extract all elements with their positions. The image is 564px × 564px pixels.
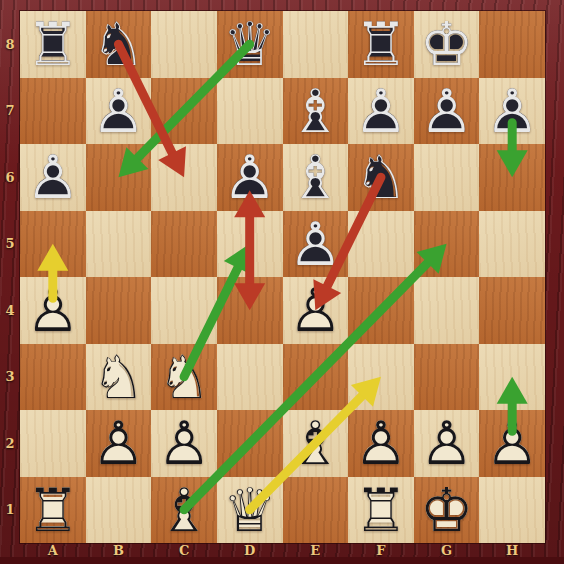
black-pawn-f7[interactable]: ♟♙	[348, 78, 414, 145]
rank-label-3: 3	[0, 344, 20, 411]
black-pawn-e5[interactable]: ♟♙	[283, 211, 349, 278]
white-pawn-c2[interactable]: ♟♙	[151, 410, 217, 477]
file-label-B: B	[86, 543, 152, 558]
white-pawn-b2[interactable]: ♟♙	[86, 410, 152, 477]
knight-outline: ♘	[348, 144, 414, 211]
black-queen-d8[interactable]: ♛♕	[217, 11, 283, 78]
square-c8[interactable]	[151, 11, 217, 78]
square-f4[interactable]	[348, 277, 414, 344]
white-pawn-g2[interactable]: ♟♙	[414, 410, 480, 477]
file-label-E: E	[283, 543, 349, 558]
king-outline: ♔	[414, 11, 480, 78]
white-rook-f1[interactable]: ♜♖	[348, 477, 414, 544]
black-rook-f8[interactable]: ♜♖	[348, 11, 414, 78]
white-knight-c3[interactable]: ♞♘	[151, 344, 217, 411]
file-label-H: H	[479, 543, 545, 558]
black-king-g8[interactable]: ♚♔	[414, 11, 480, 78]
rook-outline: ♖	[348, 11, 414, 78]
queen-outline: ♕	[217, 477, 283, 544]
black-pawn-g7[interactable]: ♟♙	[414, 78, 480, 145]
king-outline: ♔	[414, 477, 480, 544]
file-label-G: G	[414, 543, 480, 558]
knight-outline: ♘	[86, 344, 152, 411]
rank-label-1: 1	[0, 477, 20, 544]
black-pawn-b7[interactable]: ♟♙	[86, 78, 152, 145]
chess-diagram: ♜♖♞♘♛♕♜♖♚♔♟♙♝♗♟♙♟♙♟♙♟♙♟♙♝♗♞♘♟♙♟♙♟♙♞♘♞♘♟♙…	[0, 0, 564, 564]
bishop-outline: ♗	[283, 144, 349, 211]
knight-outline: ♘	[86, 11, 152, 78]
square-d3[interactable]	[217, 344, 283, 411]
black-bishop-e7[interactable]: ♝♗	[283, 78, 349, 145]
rank-label-8: 8	[0, 11, 20, 78]
black-knight-f6[interactable]: ♞♘	[348, 144, 414, 211]
white-pawn-h2[interactable]: ♟♙	[479, 410, 545, 477]
square-d5[interactable]	[217, 211, 283, 278]
knight-outline: ♘	[151, 344, 217, 411]
square-b1[interactable]	[86, 477, 152, 544]
black-pawn-h7[interactable]: ♟♙	[479, 78, 545, 145]
file-label-F: F	[348, 543, 414, 558]
file-label-A: A	[20, 543, 86, 558]
pawn-outline: ♙	[217, 144, 283, 211]
square-c4[interactable]	[151, 277, 217, 344]
chess-board: ♜♖♞♘♛♕♜♖♚♔♟♙♝♗♟♙♟♙♟♙♟♙♟♙♝♗♞♘♟♙♟♙♟♙♞♘♞♘♟♙…	[20, 11, 545, 543]
square-d7[interactable]	[217, 78, 283, 145]
rank-label-2: 2	[0, 410, 20, 477]
white-bishop-c1[interactable]: ♝♗	[151, 477, 217, 544]
white-pawn-e4[interactable]: ♟♙	[283, 277, 349, 344]
square-b5[interactable]	[86, 211, 152, 278]
pawn-outline: ♙	[348, 78, 414, 145]
rook-outline: ♖	[20, 11, 86, 78]
square-f5[interactable]	[348, 211, 414, 278]
black-pawn-d6[interactable]: ♟♙	[217, 144, 283, 211]
square-d4[interactable]	[217, 277, 283, 344]
white-pawn-a4[interactable]: ♟♙	[20, 277, 86, 344]
square-a5[interactable]	[20, 211, 86, 278]
frame-bottom-edge	[0, 557, 564, 564]
white-queen-d1[interactable]: ♛♕	[217, 477, 283, 544]
square-g4[interactable]	[414, 277, 480, 344]
black-bishop-e6[interactable]: ♝♗	[283, 144, 349, 211]
queen-outline: ♕	[217, 11, 283, 78]
pawn-outline: ♙	[348, 410, 414, 477]
square-h5[interactable]	[479, 211, 545, 278]
square-h3[interactable]	[479, 344, 545, 411]
square-c7[interactable]	[151, 78, 217, 145]
square-f3[interactable]	[348, 344, 414, 411]
pawn-outline: ♙	[86, 410, 152, 477]
square-e1[interactable]	[283, 477, 349, 544]
square-b6[interactable]	[86, 144, 152, 211]
white-king-g1[interactable]: ♚♔	[414, 477, 480, 544]
square-g3[interactable]	[414, 344, 480, 411]
black-knight-b8[interactable]: ♞♘	[86, 11, 152, 78]
pawn-outline: ♙	[151, 410, 217, 477]
rook-outline: ♖	[20, 477, 86, 544]
square-h1[interactable]	[479, 477, 545, 544]
square-a3[interactable]	[20, 344, 86, 411]
pawn-outline: ♙	[86, 78, 152, 145]
white-pawn-f2[interactable]: ♟♙	[348, 410, 414, 477]
white-rook-a1[interactable]: ♜♖	[20, 477, 86, 544]
square-g5[interactable]	[414, 211, 480, 278]
rank-label-6: 6	[0, 144, 20, 211]
square-h4[interactable]	[479, 277, 545, 344]
pawn-outline: ♙	[283, 277, 349, 344]
pawn-outline: ♙	[20, 144, 86, 211]
black-pawn-a6[interactable]: ♟♙	[20, 144, 86, 211]
square-c5[interactable]	[151, 211, 217, 278]
square-a7[interactable]	[20, 78, 86, 145]
square-a2[interactable]	[20, 410, 86, 477]
square-h6[interactable]	[479, 144, 545, 211]
file-label-C: C	[151, 543, 217, 558]
pawn-outline: ♙	[414, 410, 480, 477]
square-e8[interactable]	[283, 11, 349, 78]
file-label-D: D	[217, 543, 283, 558]
pawn-outline: ♙	[283, 211, 349, 278]
square-d2[interactable]	[217, 410, 283, 477]
pawn-outline: ♙	[20, 277, 86, 344]
square-b4[interactable]	[86, 277, 152, 344]
rank-label-7: 7	[0, 78, 20, 145]
rank-label-4: 4	[0, 277, 20, 344]
square-c6[interactable]	[151, 144, 217, 211]
square-g6[interactable]	[414, 144, 480, 211]
pawn-outline: ♙	[479, 78, 545, 145]
rook-outline: ♖	[348, 477, 414, 544]
white-bishop-e2[interactable]: ♝♗	[283, 410, 349, 477]
pawn-outline: ♙	[479, 410, 545, 477]
pawn-outline: ♙	[414, 78, 480, 145]
black-rook-a8[interactable]: ♜♖	[20, 11, 86, 78]
rank-label-5: 5	[0, 211, 20, 278]
white-knight-b3[interactable]: ♞♘	[86, 344, 152, 411]
bishop-outline: ♗	[283, 410, 349, 477]
bishop-outline: ♗	[151, 477, 217, 544]
bishop-outline: ♗	[283, 78, 349, 145]
square-e3[interactable]	[283, 344, 349, 411]
square-h8[interactable]	[479, 11, 545, 78]
